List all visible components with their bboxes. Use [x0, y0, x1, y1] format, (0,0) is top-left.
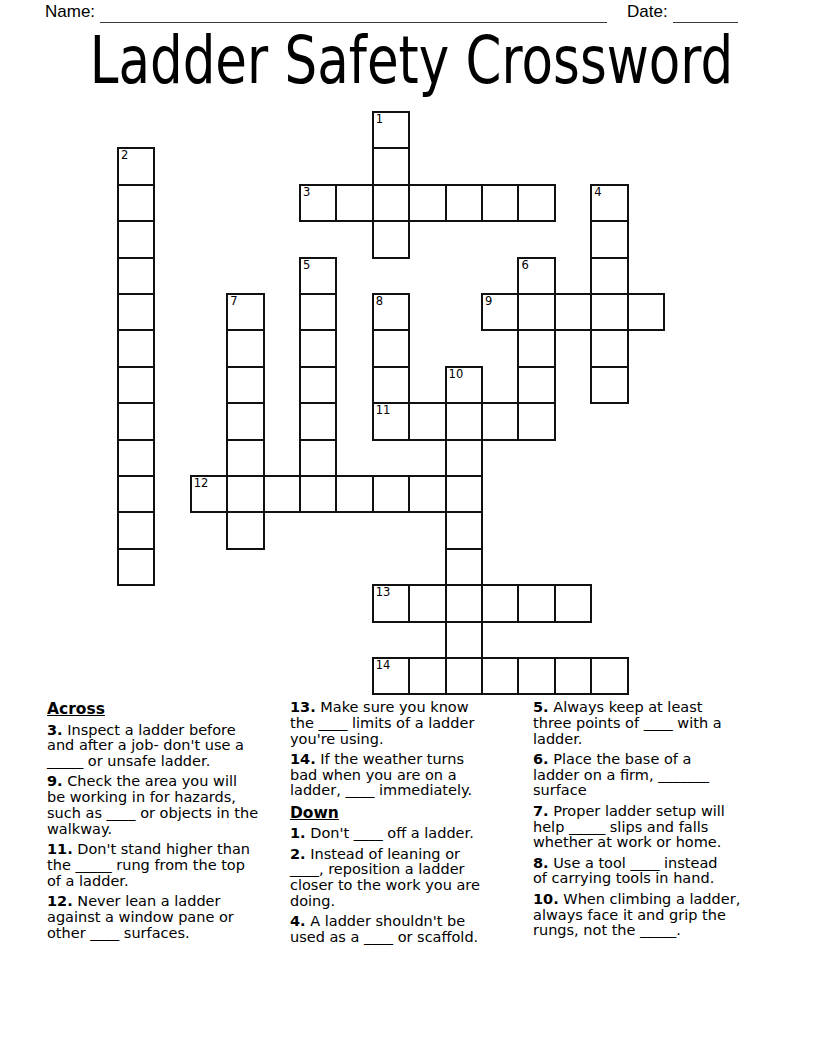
- clue-5-number: 5.: [533, 699, 549, 715]
- clue-2-text: Instead of leaning or ____, reposition a…: [290, 846, 480, 909]
- clue-2: 2. Instead of leaning or ____, repositio…: [290, 847, 542, 910]
- grid-cell-r0c7[interactable]: 1: [372, 111, 410, 149]
- grid-cell-r2c0[interactable]: [117, 184, 155, 222]
- grid-cell-r5c12[interactable]: [554, 293, 592, 331]
- cell-number-12: 12: [194, 477, 209, 490]
- grid-cell-r8c7[interactable]: 11: [372, 402, 410, 440]
- grid-cell-r2c10[interactable]: [481, 184, 519, 222]
- grid-cell-r4c13[interactable]: [590, 257, 628, 295]
- clue-12-text: Never lean a ladder against a window pan…: [47, 893, 234, 941]
- date-blank-line[interactable]: [673, 0, 738, 23]
- cell-number-2: 2: [121, 149, 128, 162]
- grid-cell-r1c0[interactable]: 2: [117, 147, 155, 185]
- cell-number-14: 14: [376, 659, 391, 672]
- grid-cell-r10c4[interactable]: [263, 475, 301, 513]
- grid-cell-r14c9[interactable]: [445, 621, 483, 659]
- grid-cell-r6c3[interactable]: [226, 329, 264, 367]
- clue-7: 7. Proper ladder setup will help _____ s…: [533, 804, 785, 851]
- grid-cell-r7c7[interactable]: [372, 366, 410, 404]
- grid-cell-r2c5[interactable]: 3: [299, 184, 337, 222]
- grid-cell-r5c7[interactable]: 8: [372, 293, 410, 331]
- cell-number-6: 6: [521, 259, 528, 272]
- worksheet-page: Name: Date: Ladder Safety Crossword 1234…: [0, 0, 816, 1056]
- clue-12: 12. Never lean a ladder against a window…: [47, 894, 299, 941]
- grid-cell-r13c10[interactable]: [481, 584, 519, 622]
- grid-cell-r13c12[interactable]: [554, 584, 592, 622]
- grid-cell-r7c13[interactable]: [590, 366, 628, 404]
- grid-cell-r4c11[interactable]: 6: [517, 257, 555, 295]
- grid-cell-r11c3[interactable]: [226, 511, 264, 549]
- date-label: Date:: [627, 1, 668, 23]
- grid-cell-r8c10[interactable]: [481, 402, 519, 440]
- grid-cell-r8c11[interactable]: [517, 402, 555, 440]
- clue-4-text: A ladder shouldn't be used as a ____ or …: [290, 913, 478, 945]
- grid-cell-r5c14[interactable]: [627, 293, 665, 331]
- clue-6-number: 6.: [533, 751, 549, 767]
- clue-12-number: 12.: [47, 893, 73, 909]
- crossword-grid: 1234567891011121314: [117, 111, 667, 697]
- grid-cell-r4c5[interactable]: 5: [299, 257, 337, 295]
- grid-cell-r15c9[interactable]: [445, 657, 483, 695]
- clue-13-number: 13.: [290, 699, 316, 715]
- clue-5: 5. Always keep at least three points of …: [533, 700, 785, 747]
- clue-6: 6. Place the base of a ladder on a firm,…: [533, 752, 785, 799]
- cell-number-3: 3: [303, 186, 310, 199]
- grid-cell-r7c9[interactable]: 10: [445, 366, 483, 404]
- cell-number-10: 10: [449, 368, 464, 381]
- grid-cell-r4c0[interactable]: [117, 257, 155, 295]
- grid-cell-r2c9[interactable]: [445, 184, 483, 222]
- clue-3-number: 3.: [47, 722, 63, 738]
- grid-cell-r2c8[interactable]: [408, 184, 446, 222]
- clue-column-1: Across3. Inspect a ladder before and aft…: [47, 700, 299, 946]
- clue-1-text: Don't ____ off a ladder.: [306, 825, 474, 841]
- grid-cell-r3c13[interactable]: [590, 220, 628, 258]
- grid-cell-r6c0[interactable]: [117, 329, 155, 367]
- grid-cell-r3c0[interactable]: [117, 220, 155, 258]
- grid-cell-r7c0[interactable]: [117, 366, 155, 404]
- clue-13: 13. Make sure you know the ____ limits o…: [290, 700, 542, 747]
- clue-9-text: Check the area you will be working in fo…: [47, 773, 258, 836]
- grid-cell-r5c10[interactable]: 9: [481, 293, 519, 331]
- grid-cell-r8c0[interactable]: [117, 402, 155, 440]
- grid-cell-r9c3[interactable]: [226, 439, 264, 477]
- grid-cell-r10c9[interactable]: [445, 475, 483, 513]
- clue-8-number: 8.: [533, 855, 549, 871]
- grid-cell-r7c11[interactable]: [517, 366, 555, 404]
- grid-cell-r6c11[interactable]: [517, 329, 555, 367]
- clue-10-number: 10.: [533, 891, 559, 907]
- grid-cell-r10c5[interactable]: [299, 475, 337, 513]
- clue-5-text: Always keep at least three points of ___…: [533, 699, 722, 747]
- name-label: Name:: [45, 1, 95, 23]
- grid-cell-r11c0[interactable]: [117, 511, 155, 549]
- grid-cell-r13c11[interactable]: [517, 584, 555, 622]
- grid-cell-r10c3[interactable]: [226, 475, 264, 513]
- grid-cell-r10c8[interactable]: [408, 475, 446, 513]
- grid-cell-r2c13[interactable]: 4: [590, 184, 628, 222]
- clue-2-number: 2.: [290, 846, 306, 862]
- clue-13-text: Make sure you know the ____ limits of a …: [290, 699, 474, 747]
- clue-1: 1. Don't ____ off a ladder.: [290, 826, 542, 842]
- clue-column-2: 13. Make sure you know the ____ limits o…: [290, 700, 542, 950]
- grid-cell-r12c0[interactable]: [117, 548, 155, 586]
- grid-cell-r3c7[interactable]: [372, 220, 410, 258]
- grid-cell-r13c7[interactable]: 13: [372, 584, 410, 622]
- clue-9: 9. Check the area you will be working in…: [47, 774, 299, 837]
- clue-6-text: Place the base of a ladder on a firm, __…: [533, 751, 709, 799]
- across-section-header: Across: [47, 700, 299, 718]
- clue-14-number: 14.: [290, 751, 316, 767]
- cell-number-7: 7: [230, 295, 237, 308]
- clue-7-number: 7.: [533, 803, 549, 819]
- grid-cell-r15c8[interactable]: [408, 657, 446, 695]
- clue-10: 10. When climbing a ladder, always face …: [533, 892, 785, 939]
- grid-cell-r6c13[interactable]: [590, 329, 628, 367]
- grid-cell-r1c7[interactable]: [372, 147, 410, 185]
- clue-7-text: Proper ladder setup will help _____ slip…: [533, 803, 725, 851]
- clue-9-number: 9.: [47, 773, 63, 789]
- grid-cell-r8c3[interactable]: [226, 402, 264, 440]
- grid-cell-r11c9[interactable]: [445, 511, 483, 549]
- grid-cell-r5c11[interactable]: [517, 293, 555, 331]
- grid-cell-r10c2[interactable]: 12: [190, 475, 228, 513]
- grid-cell-r6c7[interactable]: [372, 329, 410, 367]
- grid-cell-r10c7[interactable]: [372, 475, 410, 513]
- clue-11: 11. Don't stand higher than the _____ ru…: [47, 842, 299, 889]
- clue-8: 8. Use a tool ____ instead of carrying t…: [533, 856, 785, 888]
- grid-cell-r10c0[interactable]: [117, 475, 155, 513]
- grid-cell-r12c9[interactable]: [445, 548, 483, 586]
- clue-14: 14. If the weather turns bad when you ar…: [290, 752, 542, 799]
- grid-cell-r5c3[interactable]: 7: [226, 293, 264, 331]
- grid-cell-r6c5[interactable]: [299, 329, 337, 367]
- grid-cell-r13c9[interactable]: [445, 584, 483, 622]
- grid-cell-r15c12[interactable]: [554, 657, 592, 695]
- grid-cell-r2c6[interactable]: [335, 184, 373, 222]
- grid-cell-r8c8[interactable]: [408, 402, 446, 440]
- grid-cell-r9c5[interactable]: [299, 439, 337, 477]
- grid-cell-r7c3[interactable]: [226, 366, 264, 404]
- cell-number-1: 1: [376, 113, 383, 126]
- grid-cell-r15c7[interactable]: 14: [372, 657, 410, 695]
- name-blank-line[interactable]: [100, 0, 607, 23]
- grid-cell-r13c8[interactable]: [408, 584, 446, 622]
- grid-cell-r10c6[interactable]: [335, 475, 373, 513]
- clue-4: 4. A ladder shouldn't be used as a ____ …: [290, 914, 542, 946]
- clue-10-text: When climbing a ladder, always face it a…: [533, 891, 740, 939]
- grid-cell-r15c13[interactable]: [590, 657, 628, 695]
- down-section-header: Down: [290, 804, 542, 822]
- cell-number-8: 8: [376, 295, 383, 308]
- page-title: Ladder Safety Crossword: [90, 28, 726, 94]
- grid-cell-r15c11[interactable]: [517, 657, 555, 695]
- clue-3: 3. Inspect a ladder before and after a j…: [47, 723, 299, 770]
- grid-cell-r9c0[interactable]: [117, 439, 155, 477]
- cell-number-4: 4: [594, 186, 601, 199]
- grid-cell-r9c9[interactable]: [445, 439, 483, 477]
- grid-cell-r5c5[interactable]: [299, 293, 337, 331]
- clue-1-number: 1.: [290, 825, 306, 841]
- grid-cell-r8c5[interactable]: [299, 402, 337, 440]
- clue-11-number: 11.: [47, 841, 73, 857]
- cell-number-9: 9: [485, 295, 492, 308]
- grid-cell-r7c5[interactable]: [299, 366, 337, 404]
- grid-cell-r15c10[interactable]: [481, 657, 519, 695]
- clue-14-text: If the weather turns bad when you are on…: [290, 751, 472, 799]
- clue-3-text: Inspect a ladder before and after a job-…: [47, 722, 244, 770]
- clue-11-text: Don't stand higher than the _____ rung f…: [47, 841, 250, 889]
- grid-cell-r5c0[interactable]: [117, 293, 155, 331]
- grid-cell-r5c13[interactable]: [590, 293, 628, 331]
- grid-cell-r8c9[interactable]: [445, 402, 483, 440]
- clue-column-3: 5. Always keep at least three points of …: [533, 700, 785, 944]
- clue-8-text: Use a tool ____ instead of carrying tool…: [533, 855, 718, 887]
- clue-4-number: 4.: [290, 913, 306, 929]
- cell-number-13: 13: [376, 586, 391, 599]
- grid-cell-r2c11[interactable]: [517, 184, 555, 222]
- cell-number-5: 5: [303, 259, 310, 272]
- grid-cell-r2c7[interactable]: [372, 184, 410, 222]
- cell-number-11: 11: [376, 404, 391, 417]
